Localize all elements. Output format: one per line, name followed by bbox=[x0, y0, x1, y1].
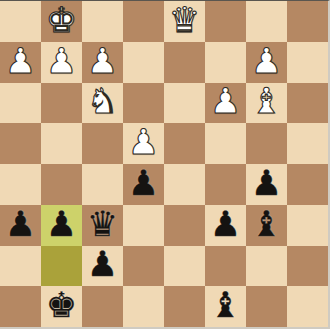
black-pawn[interactable]: ♟ bbox=[251, 166, 282, 201]
white-bishop[interactable]: ♝ bbox=[251, 84, 282, 119]
square-f3[interactable]: ♞ bbox=[82, 83, 123, 124]
square-a4[interactable] bbox=[287, 123, 328, 164]
square-f7[interactable]: ♟ bbox=[82, 246, 123, 287]
square-g2[interactable]: ♟ bbox=[41, 42, 82, 83]
square-b4[interactable] bbox=[246, 123, 287, 164]
black-pawn[interactable]: ♟ bbox=[87, 247, 118, 282]
square-g3[interactable] bbox=[41, 83, 82, 124]
black-pawn[interactable]: ♟ bbox=[128, 166, 159, 201]
white-pawn[interactable]: ♟ bbox=[251, 44, 282, 79]
square-e2[interactable] bbox=[123, 42, 164, 83]
square-a7[interactable] bbox=[287, 246, 328, 287]
square-b6[interactable]: ♝ bbox=[246, 205, 287, 246]
black-pawn[interactable]: ♟ bbox=[5, 207, 36, 242]
square-b8[interactable] bbox=[246, 286, 287, 327]
square-h8[interactable] bbox=[0, 286, 41, 327]
square-c3[interactable]: ♟ bbox=[205, 83, 246, 124]
square-h1[interactable] bbox=[0, 1, 41, 42]
square-e1[interactable] bbox=[123, 1, 164, 42]
square-c8[interactable]: ♝ bbox=[205, 286, 246, 327]
square-a2[interactable] bbox=[287, 42, 328, 83]
black-pawn[interactable]: ♟ bbox=[46, 207, 77, 242]
square-c1[interactable] bbox=[205, 1, 246, 42]
square-g4[interactable] bbox=[41, 123, 82, 164]
square-e5[interactable]: ♟ bbox=[123, 164, 164, 205]
square-d7[interactable] bbox=[164, 246, 205, 287]
square-e8[interactable] bbox=[123, 286, 164, 327]
square-c6[interactable]: ♟ bbox=[205, 205, 246, 246]
square-g6[interactable]: ♟ bbox=[41, 205, 82, 246]
square-e3[interactable] bbox=[123, 83, 164, 124]
square-c2[interactable] bbox=[205, 42, 246, 83]
square-g1[interactable]: ♚ bbox=[41, 1, 82, 42]
square-f5[interactable] bbox=[82, 164, 123, 205]
chess-board: ♚♛♟♟♟♟♞♟♝♟♟♟♟♟♛♟♝♟♚♝ bbox=[0, 1, 328, 327]
white-pawn[interactable]: ♟ bbox=[128, 125, 159, 160]
square-h7[interactable] bbox=[0, 246, 41, 287]
square-c4[interactable] bbox=[205, 123, 246, 164]
square-d4[interactable] bbox=[164, 123, 205, 164]
square-h4[interactable] bbox=[0, 123, 41, 164]
black-king[interactable]: ♚ bbox=[46, 288, 77, 323]
square-a6[interactable] bbox=[287, 205, 328, 246]
black-bishop[interactable]: ♝ bbox=[210, 288, 241, 323]
white-pawn[interactable]: ♟ bbox=[46, 44, 77, 79]
square-e7[interactable] bbox=[123, 246, 164, 287]
black-queen[interactable]: ♛ bbox=[87, 207, 118, 242]
square-g8[interactable]: ♚ bbox=[41, 286, 82, 327]
square-a5[interactable] bbox=[287, 164, 328, 205]
square-d6[interactable] bbox=[164, 205, 205, 246]
square-d8[interactable] bbox=[164, 286, 205, 327]
square-g5[interactable] bbox=[41, 164, 82, 205]
square-d2[interactable] bbox=[164, 42, 205, 83]
square-b1[interactable] bbox=[246, 1, 287, 42]
square-b2[interactable]: ♟ bbox=[246, 42, 287, 83]
square-b3[interactable]: ♝ bbox=[246, 83, 287, 124]
square-c7[interactable] bbox=[205, 246, 246, 287]
square-c5[interactable] bbox=[205, 164, 246, 205]
square-d1[interactable]: ♛ bbox=[164, 1, 205, 42]
square-a3[interactable] bbox=[287, 83, 328, 124]
square-h5[interactable] bbox=[0, 164, 41, 205]
square-d5[interactable] bbox=[164, 164, 205, 205]
square-h2[interactable]: ♟ bbox=[0, 42, 41, 83]
square-f8[interactable] bbox=[82, 286, 123, 327]
white-knight[interactable]: ♞ bbox=[87, 84, 118, 119]
white-queen[interactable]: ♛ bbox=[169, 3, 200, 38]
square-a1[interactable] bbox=[287, 1, 328, 42]
black-bishop[interactable]: ♝ bbox=[251, 207, 282, 242]
white-pawn[interactable]: ♟ bbox=[210, 84, 241, 119]
black-pawn[interactable]: ♟ bbox=[210, 207, 241, 242]
square-f6[interactable]: ♛ bbox=[82, 205, 123, 246]
square-h6[interactable]: ♟ bbox=[0, 205, 41, 246]
white-pawn[interactable]: ♟ bbox=[87, 44, 118, 79]
square-b5[interactable]: ♟ bbox=[246, 164, 287, 205]
square-b7[interactable] bbox=[246, 246, 287, 287]
square-g7[interactable] bbox=[41, 246, 82, 287]
white-pawn[interactable]: ♟ bbox=[5, 44, 36, 79]
square-e6[interactable] bbox=[123, 205, 164, 246]
square-f2[interactable]: ♟ bbox=[82, 42, 123, 83]
square-a8[interactable] bbox=[287, 286, 328, 327]
square-e4[interactable]: ♟ bbox=[123, 123, 164, 164]
white-king[interactable]: ♚ bbox=[46, 3, 77, 38]
chess-board-frame: ♚♛♟♟♟♟♞♟♝♟♟♟♟♟♛♟♝♟♚♝ bbox=[0, 0, 330, 329]
square-f1[interactable] bbox=[82, 1, 123, 42]
square-d3[interactable] bbox=[164, 83, 205, 124]
square-h3[interactable] bbox=[0, 83, 41, 124]
square-f4[interactable] bbox=[82, 123, 123, 164]
